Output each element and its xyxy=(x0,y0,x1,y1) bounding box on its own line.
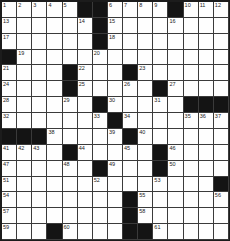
white-cell[interactable] xyxy=(93,145,108,161)
clue-number: 56 xyxy=(215,192,221,198)
white-cell[interactable] xyxy=(138,145,153,161)
clue-number: 15 xyxy=(109,18,115,24)
white-cell[interactable] xyxy=(199,34,214,50)
black-cell xyxy=(93,34,108,50)
clue-number: 59 xyxy=(3,224,9,230)
white-cell[interactable]: 21 xyxy=(2,65,17,81)
white-cell[interactable] xyxy=(153,113,168,129)
white-cell[interactable] xyxy=(168,113,183,129)
white-cell[interactable] xyxy=(17,192,32,208)
crossword-puzzle: 1234567891011121314151617181920212223242… xyxy=(0,0,230,241)
crossword-grid: 1234567891011121314151617181920212223242… xyxy=(0,0,230,241)
white-cell[interactable] xyxy=(214,18,229,34)
clue-number: 34 xyxy=(124,113,130,119)
white-cell[interactable] xyxy=(138,34,153,50)
clue-number: 9 xyxy=(154,2,157,8)
white-cell[interactable]: 6 xyxy=(108,2,123,18)
black-cell xyxy=(63,145,78,161)
white-cell[interactable]: 33 xyxy=(93,113,108,129)
white-cell[interactable]: 37 xyxy=(214,113,229,129)
white-cell[interactable] xyxy=(153,50,168,66)
white-cell[interactable] xyxy=(78,113,93,129)
white-cell[interactable] xyxy=(199,161,214,177)
white-cell[interactable] xyxy=(153,34,168,50)
white-cell[interactable] xyxy=(214,208,229,224)
black-cell xyxy=(214,177,229,193)
white-cell[interactable] xyxy=(32,18,47,34)
white-cell[interactable] xyxy=(214,65,229,81)
clue-number: 6 xyxy=(109,2,112,8)
white-cell[interactable] xyxy=(17,208,32,224)
white-cell[interactable] xyxy=(168,97,183,113)
white-cell[interactable]: 13 xyxy=(2,18,17,34)
black-cell xyxy=(153,145,168,161)
clue-number: 48 xyxy=(64,161,70,167)
white-cell[interactable] xyxy=(17,65,32,81)
white-cell[interactable] xyxy=(199,65,214,81)
white-cell[interactable] xyxy=(168,177,183,193)
clue-number: 47 xyxy=(3,161,9,167)
white-cell[interactable] xyxy=(184,129,199,145)
white-cell[interactable] xyxy=(199,145,214,161)
black-cell xyxy=(214,97,229,113)
clue-number: 29 xyxy=(64,97,70,103)
white-cell[interactable] xyxy=(108,50,123,66)
white-cell[interactable] xyxy=(123,177,138,193)
white-cell[interactable]: 49 xyxy=(108,161,123,177)
white-cell[interactable] xyxy=(199,50,214,66)
white-cell[interactable] xyxy=(153,65,168,81)
white-cell[interactable]: 58 xyxy=(138,208,153,224)
white-cell[interactable] xyxy=(214,34,229,50)
clue-number: 3 xyxy=(33,2,36,8)
black-cell xyxy=(168,2,183,18)
clue-number: 54 xyxy=(3,192,9,198)
white-cell[interactable] xyxy=(32,113,47,129)
clue-number: 32 xyxy=(3,113,9,119)
white-cell[interactable] xyxy=(47,97,62,113)
white-cell[interactable]: 43 xyxy=(32,145,47,161)
white-cell[interactable]: 27 xyxy=(168,81,183,97)
white-cell[interactable] xyxy=(138,81,153,97)
white-cell[interactable] xyxy=(47,208,62,224)
white-cell[interactable] xyxy=(108,224,123,240)
white-cell[interactable]: 48 xyxy=(63,161,78,177)
white-cell[interactable]: 57 xyxy=(2,208,17,224)
white-cell[interactable]: 38 xyxy=(47,129,62,145)
white-cell[interactable] xyxy=(93,192,108,208)
white-cell[interactable] xyxy=(123,97,138,113)
white-cell[interactable]: 32 xyxy=(2,113,17,129)
white-cell[interactable] xyxy=(184,192,199,208)
white-cell[interactable] xyxy=(184,18,199,34)
white-cell[interactable] xyxy=(168,192,183,208)
white-cell[interactable] xyxy=(214,224,229,240)
clue-number: 46 xyxy=(169,145,175,151)
white-cell[interactable]: 60 xyxy=(63,224,78,240)
white-cell[interactable] xyxy=(108,208,123,224)
white-cell[interactable]: 8 xyxy=(138,2,153,18)
black-cell xyxy=(123,208,138,224)
white-cell[interactable] xyxy=(17,18,32,34)
white-cell[interactable] xyxy=(123,18,138,34)
white-cell[interactable]: 30 xyxy=(108,97,123,113)
white-cell[interactable] xyxy=(199,18,214,34)
white-cell[interactable] xyxy=(32,177,47,193)
black-cell xyxy=(123,224,138,240)
white-cell[interactable] xyxy=(78,161,93,177)
clue-number: 43 xyxy=(33,145,39,151)
clue-number: 11 xyxy=(200,2,206,8)
black-cell xyxy=(32,129,47,145)
white-cell[interactable] xyxy=(93,208,108,224)
white-cell[interactable]: 35 xyxy=(184,113,199,129)
white-cell[interactable] xyxy=(63,177,78,193)
white-cell[interactable] xyxy=(47,145,62,161)
white-cell[interactable] xyxy=(108,145,123,161)
white-cell[interactable]: 9 xyxy=(153,2,168,18)
white-cell[interactable] xyxy=(138,177,153,193)
white-cell[interactable]: 36 xyxy=(199,113,214,129)
black-cell xyxy=(93,2,108,18)
black-cell xyxy=(63,65,78,81)
white-cell[interactable]: 22 xyxy=(78,65,93,81)
white-cell[interactable]: 50 xyxy=(168,161,183,177)
white-cell[interactable] xyxy=(184,50,199,66)
white-cell[interactable] xyxy=(199,177,214,193)
white-cell[interactable]: 41 xyxy=(2,145,17,161)
white-cell[interactable] xyxy=(17,177,32,193)
clue-number: 28 xyxy=(3,97,9,103)
clue-number: 31 xyxy=(154,97,160,103)
white-cell[interactable] xyxy=(108,65,123,81)
white-cell[interactable]: 54 xyxy=(2,192,17,208)
white-cell[interactable] xyxy=(123,161,138,177)
white-cell[interactable]: 56 xyxy=(214,192,229,208)
white-cell[interactable]: 15 xyxy=(108,18,123,34)
white-cell[interactable]: 18 xyxy=(108,34,123,50)
white-cell[interactable] xyxy=(138,18,153,34)
clue-number: 41 xyxy=(3,145,9,151)
white-cell[interactable]: 25 xyxy=(78,81,93,97)
clue-number: 25 xyxy=(79,81,85,87)
white-cell[interactable] xyxy=(153,192,168,208)
white-cell[interactable] xyxy=(138,113,153,129)
white-cell[interactable] xyxy=(32,34,47,50)
white-cell[interactable] xyxy=(47,113,62,129)
white-cell[interactable] xyxy=(32,192,47,208)
white-cell[interactable]: 61 xyxy=(153,224,168,240)
white-cell[interactable] xyxy=(63,129,78,145)
white-cell[interactable]: 12 xyxy=(214,2,229,18)
clue-number: 10 xyxy=(185,2,191,8)
black-cell xyxy=(108,113,123,129)
clue-number: 19 xyxy=(18,50,24,56)
white-cell[interactable]: 26 xyxy=(123,81,138,97)
clue-number: 20 xyxy=(94,50,100,56)
clue-number: 50 xyxy=(169,161,175,167)
black-cell xyxy=(93,161,108,177)
clue-number: 23 xyxy=(139,65,145,71)
white-cell[interactable] xyxy=(199,224,214,240)
white-cell[interactable]: 44 xyxy=(78,145,93,161)
white-cell[interactable]: 16 xyxy=(168,18,183,34)
clue-number: 57 xyxy=(3,208,9,214)
white-cell[interactable] xyxy=(17,97,32,113)
white-cell[interactable]: 4 xyxy=(47,2,62,18)
clue-number: 37 xyxy=(215,113,221,119)
white-cell[interactable]: 59 xyxy=(2,224,17,240)
black-cell xyxy=(47,224,62,240)
white-cell[interactable]: 1 xyxy=(2,2,17,18)
white-cell[interactable]: 2 xyxy=(17,2,32,18)
clue-number: 17 xyxy=(3,34,9,40)
white-cell[interactable] xyxy=(214,161,229,177)
clue-number: 27 xyxy=(169,81,175,87)
white-cell[interactable] xyxy=(78,224,93,240)
white-cell[interactable] xyxy=(184,34,199,50)
white-cell[interactable]: 23 xyxy=(138,65,153,81)
white-cell[interactable] xyxy=(17,34,32,50)
white-cell[interactable] xyxy=(123,34,138,50)
clue-number: 49 xyxy=(109,161,115,167)
white-cell[interactable] xyxy=(78,208,93,224)
white-cell[interactable] xyxy=(47,65,62,81)
white-cell[interactable]: 40 xyxy=(138,129,153,145)
white-cell[interactable] xyxy=(168,208,183,224)
white-cell[interactable]: 34 xyxy=(123,113,138,129)
white-cell[interactable] xyxy=(199,192,214,208)
white-cell[interactable] xyxy=(47,50,62,66)
white-cell[interactable] xyxy=(32,50,47,66)
white-cell[interactable] xyxy=(184,161,199,177)
clue-number: 45 xyxy=(124,145,130,151)
clue-number: 2 xyxy=(18,2,21,8)
white-cell[interactable] xyxy=(138,50,153,66)
white-cell[interactable] xyxy=(214,145,229,161)
clue-number: 24 xyxy=(3,81,9,87)
white-cell[interactable]: 45 xyxy=(123,145,138,161)
black-cell xyxy=(153,161,168,177)
white-cell[interactable]: 17 xyxy=(2,34,17,50)
clue-number: 30 xyxy=(109,97,115,103)
clue-number: 36 xyxy=(200,113,206,119)
white-cell[interactable] xyxy=(168,129,183,145)
clue-number: 60 xyxy=(64,224,70,230)
white-cell[interactable] xyxy=(138,97,153,113)
white-cell[interactable] xyxy=(138,161,153,177)
white-cell[interactable] xyxy=(32,65,47,81)
white-cell[interactable]: 19 xyxy=(17,50,32,66)
clue-number: 8 xyxy=(139,2,142,8)
white-cell[interactable] xyxy=(168,50,183,66)
white-cell[interactable] xyxy=(184,177,199,193)
white-cell[interactable] xyxy=(47,18,62,34)
white-cell[interactable] xyxy=(63,50,78,66)
white-cell[interactable] xyxy=(168,34,183,50)
white-cell[interactable]: 10 xyxy=(184,2,199,18)
clue-number: 14 xyxy=(79,18,85,24)
white-cell[interactable]: 3 xyxy=(32,2,47,18)
clue-number: 5 xyxy=(64,2,67,8)
white-cell[interactable]: 11 xyxy=(199,2,214,18)
white-cell[interactable]: 53 xyxy=(153,177,168,193)
clue-number: 53 xyxy=(154,177,160,183)
clue-number: 1 xyxy=(3,2,6,8)
white-cell[interactable] xyxy=(17,113,32,129)
black-cell xyxy=(153,81,168,97)
clue-number: 33 xyxy=(94,113,100,119)
clue-number: 26 xyxy=(124,81,130,87)
white-cell[interactable] xyxy=(93,81,108,97)
white-cell[interactable] xyxy=(17,81,32,97)
white-cell[interactable] xyxy=(63,208,78,224)
white-cell[interactable] xyxy=(63,34,78,50)
white-cell[interactable] xyxy=(47,161,62,177)
clue-number: 51 xyxy=(3,177,9,183)
white-cell[interactable] xyxy=(108,177,123,193)
clue-number: 44 xyxy=(79,145,85,151)
clue-number: 58 xyxy=(139,208,145,214)
clue-number: 12 xyxy=(215,2,221,8)
white-cell[interactable] xyxy=(214,129,229,145)
clue-number: 38 xyxy=(48,129,54,135)
white-cell[interactable] xyxy=(108,192,123,208)
black-cell xyxy=(93,97,108,113)
white-cell[interactable] xyxy=(214,81,229,97)
white-cell[interactable] xyxy=(199,129,214,145)
white-cell[interactable] xyxy=(199,208,214,224)
white-cell[interactable] xyxy=(17,224,32,240)
white-cell[interactable] xyxy=(78,34,93,50)
white-cell[interactable]: 46 xyxy=(168,145,183,161)
clue-number: 22 xyxy=(79,65,85,71)
black-cell xyxy=(63,81,78,97)
white-cell[interactable] xyxy=(123,50,138,66)
white-cell[interactable] xyxy=(214,50,229,66)
white-cell[interactable] xyxy=(184,65,199,81)
white-cell[interactable]: 51 xyxy=(2,177,17,193)
white-cell[interactable] xyxy=(184,81,199,97)
clue-number: 39 xyxy=(109,129,115,135)
white-cell[interactable] xyxy=(93,224,108,240)
white-cell[interactable] xyxy=(108,81,123,97)
white-cell[interactable] xyxy=(32,208,47,224)
white-cell[interactable] xyxy=(153,208,168,224)
white-cell[interactable] xyxy=(63,113,78,129)
black-cell xyxy=(2,129,17,145)
black-cell xyxy=(123,65,138,81)
clue-number: 4 xyxy=(48,2,51,8)
white-cell[interactable]: 55 xyxy=(138,192,153,208)
white-cell[interactable] xyxy=(78,50,93,66)
white-cell[interactable]: 29 xyxy=(63,97,78,113)
white-cell[interactable]: 14 xyxy=(78,18,93,34)
black-cell xyxy=(78,2,93,18)
clue-number: 13 xyxy=(3,18,9,24)
white-cell[interactable]: 39 xyxy=(108,129,123,145)
white-cell[interactable]: 20 xyxy=(93,50,108,66)
white-cell[interactable] xyxy=(63,192,78,208)
white-cell[interactable]: 24 xyxy=(2,81,17,97)
white-cell[interactable]: 7 xyxy=(123,2,138,18)
clue-number: 40 xyxy=(139,129,145,135)
clue-number: 52 xyxy=(94,177,100,183)
white-cell[interactable] xyxy=(78,177,93,193)
black-cell xyxy=(138,224,153,240)
white-cell[interactable] xyxy=(32,97,47,113)
black-cell xyxy=(123,192,138,208)
white-cell[interactable] xyxy=(47,81,62,97)
white-cell[interactable] xyxy=(184,208,199,224)
clue-number: 21 xyxy=(3,65,9,71)
white-cell[interactable] xyxy=(168,65,183,81)
black-cell xyxy=(123,129,138,145)
black-cell xyxy=(184,97,199,113)
white-cell[interactable]: 5 xyxy=(63,2,78,18)
white-cell[interactable] xyxy=(47,192,62,208)
clue-number: 18 xyxy=(109,34,115,40)
white-cell[interactable] xyxy=(93,129,108,145)
white-cell[interactable] xyxy=(78,192,93,208)
black-cell xyxy=(17,129,32,145)
black-cell xyxy=(2,50,17,66)
white-cell[interactable]: 31 xyxy=(153,97,168,113)
white-cell[interactable] xyxy=(17,161,32,177)
white-cell[interactable] xyxy=(32,81,47,97)
white-cell[interactable] xyxy=(199,81,214,97)
white-cell[interactable] xyxy=(47,177,62,193)
white-cell[interactable] xyxy=(184,224,199,240)
white-cell[interactable] xyxy=(93,65,108,81)
white-cell[interactable] xyxy=(153,129,168,145)
white-cell[interactable] xyxy=(47,34,62,50)
black-cell xyxy=(199,97,214,113)
clue-number: 7 xyxy=(124,2,127,8)
black-cell xyxy=(93,18,108,34)
white-cell[interactable]: 28 xyxy=(2,97,17,113)
white-cell[interactable] xyxy=(78,129,93,145)
white-cell[interactable] xyxy=(63,18,78,34)
clue-number: 55 xyxy=(139,192,145,198)
white-cell[interactable] xyxy=(168,224,183,240)
white-cell[interactable] xyxy=(78,97,93,113)
white-cell[interactable]: 52 xyxy=(93,177,108,193)
clue-number: 61 xyxy=(154,224,160,230)
clue-number: 42 xyxy=(18,145,24,151)
white-cell[interactable]: 47 xyxy=(2,161,17,177)
clue-number: 16 xyxy=(169,18,175,24)
white-cell[interactable] xyxy=(153,18,168,34)
white-cell[interactable] xyxy=(32,224,47,240)
white-cell[interactable] xyxy=(32,161,47,177)
clue-number: 35 xyxy=(185,113,191,119)
white-cell[interactable] xyxy=(184,145,199,161)
white-cell[interactable]: 42 xyxy=(17,145,32,161)
